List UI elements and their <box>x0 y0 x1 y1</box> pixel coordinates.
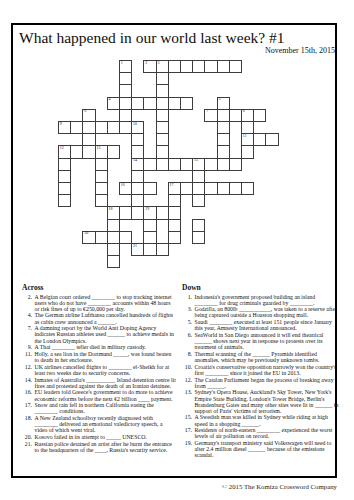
grid-cell[interactable] <box>131 194 144 207</box>
clue-text: Inmates of Australia's __________ Island… <box>35 377 177 389</box>
clue-item: 16.EU leaders told Greece's government t… <box>22 389 176 401</box>
clue-item: 1.Indonesia's government proposed buildi… <box>182 294 339 306</box>
across-clue-list: 2.A Belgian court ordered ________ to st… <box>22 294 176 453</box>
grid-cell[interactable] <box>107 121 120 134</box>
clue-item: 4.The German airline Lufthansa cancelled… <box>22 312 176 324</box>
grid-cell[interactable]: 5 <box>217 97 230 110</box>
grid-cell[interactable] <box>58 170 71 183</box>
grid-cell[interactable] <box>131 133 144 146</box>
cell-number: 8 <box>243 109 245 114</box>
grid-cell[interactable] <box>95 170 108 183</box>
grid-cell[interactable] <box>131 206 144 219</box>
grid-cell[interactable] <box>217 133 230 146</box>
grid-cell[interactable] <box>204 182 217 195</box>
down-clues-column: Down 1.Indonesia's government proposed b… <box>182 283 339 459</box>
cell-number: 1 <box>121 61 123 66</box>
cell-number: 4 <box>109 97 111 102</box>
clue-text: Snow and rain fell in northern Californi… <box>35 402 177 414</box>
clue-number: 18. <box>22 415 32 433</box>
grid-cell[interactable] <box>156 206 169 219</box>
clue-text: Germany's transport ministry said Volksw… <box>195 440 340 458</box>
clue-item: 13.Sydney's Opera House, Auckland's Sky … <box>182 389 339 414</box>
clue-text: Saudi ________ executed at least 151 peo… <box>195 319 340 331</box>
clue-item: 12.UK airlines cancelled flights to ____… <box>22 364 176 376</box>
clue-number: 8. <box>182 351 192 363</box>
down-clue-list: 1.Indonesia's government proposed buildi… <box>182 294 339 459</box>
clue-item: 5.Saudi ________ executed at least 151 p… <box>182 319 339 331</box>
clue-text: Holly, a sea lion in the Dortmund _____,… <box>35 351 177 363</box>
grid-cell[interactable] <box>253 133 266 146</box>
cell-number: 20 <box>84 231 88 236</box>
clue-number: 15. <box>182 414 192 426</box>
clue-item: 2.A Belgian court ordered ________ to st… <box>22 294 176 312</box>
grid-cell[interactable] <box>229 182 242 195</box>
grid-cell[interactable] <box>143 231 156 244</box>
clue-number: 7. <box>22 325 32 343</box>
clue-text: The Catalan Parliament began the process… <box>195 377 340 389</box>
grid-cell[interactable] <box>143 219 156 232</box>
grid-cell[interactable] <box>156 109 169 122</box>
clue-text: A Thai ________ teller died in military … <box>35 344 177 350</box>
grid-cell[interactable] <box>217 182 230 195</box>
clue-number: 2. <box>22 294 32 312</box>
grid-cell[interactable] <box>168 206 181 219</box>
grid-cell[interactable]: 20 <box>82 231 95 244</box>
grid-cell[interactable] <box>217 109 230 122</box>
grid-cell[interactable]: 6 <box>82 109 95 122</box>
grid-cell[interactable] <box>265 133 278 146</box>
cell-number: 12 <box>60 146 64 151</box>
grid-cell[interactable] <box>95 158 108 171</box>
clue-number: 13. <box>182 389 192 414</box>
clue-number: 21. <box>22 441 32 453</box>
cell-number: 16 <box>121 183 125 188</box>
grid-cell[interactable] <box>70 121 83 134</box>
clue-item: 8.Thermal scanning of the ______ Pyramid… <box>182 351 339 363</box>
grid-cell[interactable] <box>217 145 230 158</box>
clue-text: Croatia's conservative opposition narrow… <box>195 364 340 376</box>
grid-cell[interactable] <box>143 182 156 195</box>
clue-text: SeaWorld in San Diego announced it will … <box>195 332 340 350</box>
grid-cell[interactable]: 15 <box>192 158 205 171</box>
grid-cell[interactable]: 14 <box>131 158 144 171</box>
cell-number: 14 <box>133 158 137 163</box>
cell-number: 9 <box>60 122 62 127</box>
clue-item: 15.A Swedish man was killed in Sydney wh… <box>182 414 339 426</box>
clue-item: 19.Germany's transport ministry said Vol… <box>182 440 339 458</box>
clue-text: Residents of north-eastern ________ expe… <box>195 427 340 439</box>
grid-cell[interactable]: 19 <box>143 206 156 219</box>
clue-text: Sydney's Opera House, Auckland's Sky Tow… <box>195 389 340 414</box>
grid-cell[interactable] <box>156 145 169 158</box>
grid-cell[interactable] <box>204 158 217 171</box>
grid-cell[interactable] <box>156 84 169 97</box>
clue-number: 4. <box>22 312 32 324</box>
clue-number: 6. <box>182 332 192 350</box>
clue-item: 18.A New Zealand schoolboy recently diag… <box>22 415 176 433</box>
cell-number: 18 <box>109 207 113 212</box>
grid-cell[interactable] <box>168 97 181 110</box>
clue-text: Indonesia's government proposed building… <box>195 294 340 306</box>
grid-cell[interactable] <box>107 255 120 268</box>
grid-cell[interactable] <box>82 133 95 146</box>
footer-credit: © 2015 The Komiza Crossword Company <box>222 483 337 490</box>
clue-text: Godzilla, an 800lb ___________, was take… <box>195 306 340 318</box>
grid-cell[interactable] <box>192 194 205 207</box>
grid-cell[interactable] <box>107 231 120 244</box>
grid-cell[interactable] <box>156 97 169 110</box>
clue-text: A Belgian court ordered ________ to stop… <box>35 294 177 312</box>
grid-cell[interactable]: 21 <box>131 243 144 256</box>
grid-cell[interactable] <box>143 97 156 110</box>
clue-text: Kosovo failed in its attempt to _____ UN… <box>35 434 177 440</box>
clue-number: 11. <box>22 351 32 363</box>
grid-cell[interactable] <box>95 121 108 134</box>
grid-cell[interactable]: 18 <box>107 206 120 219</box>
grid-cell[interactable] <box>95 194 108 207</box>
grid-cell[interactable] <box>156 243 169 256</box>
grid-cell[interactable] <box>241 182 254 195</box>
clue-number: 12. <box>182 377 192 389</box>
cell-number: 7 <box>206 109 208 114</box>
grid-cell[interactable] <box>156 133 169 146</box>
grid-cell[interactable] <box>107 219 120 232</box>
cell-number: 21 <box>133 244 137 249</box>
clue-item: 7.A damning report by the World Anti Dop… <box>22 325 176 343</box>
cell-number: 15 <box>194 158 198 163</box>
clue-item: 21.Russian police detained an artist aft… <box>22 441 176 453</box>
cell-number: 3 <box>157 61 159 66</box>
clue-number: 10. <box>182 364 192 376</box>
grid-cell[interactable] <box>229 109 242 122</box>
clue-number: 9. <box>22 344 32 350</box>
grid-cell[interactable] <box>119 84 132 97</box>
grid-cell[interactable] <box>70 145 83 158</box>
grid-cell[interactable] <box>131 170 144 183</box>
grid-cell[interactable] <box>156 158 169 171</box>
clue-item: 12.The Catalan Parliament began the proc… <box>182 377 339 389</box>
grid-cell[interactable] <box>119 72 132 85</box>
cell-number: 2 <box>145 61 147 66</box>
clue-number: 3. <box>182 306 192 318</box>
clue-number: 14. <box>22 377 32 389</box>
grid-cell[interactable] <box>168 219 181 232</box>
clue-number: 1. <box>182 294 192 306</box>
grid-cell[interactable] <box>156 72 169 85</box>
clue-number: 12. <box>22 364 32 376</box>
clue-number: 20. <box>22 434 32 440</box>
grid-cell[interactable] <box>58 158 71 171</box>
grid-cell[interactable] <box>143 243 156 256</box>
grid-cell[interactable] <box>168 194 181 207</box>
grid-cell[interactable] <box>168 231 181 244</box>
grid-cell[interactable] <box>107 145 120 158</box>
cell-number: 13 <box>96 146 100 151</box>
clue-text: A Swedish man was killed in Sydney while… <box>195 414 340 426</box>
grid-cell[interactable] <box>229 60 242 73</box>
clue-number: 16. <box>22 389 32 401</box>
grid-cell[interactable] <box>192 170 205 183</box>
clue-text: Thermal scanning of the ______ Pyramids … <box>195 351 340 363</box>
grid-cell[interactable] <box>217 158 230 171</box>
clue-text: A New Zealand schoolboy recently diagnos… <box>35 415 177 433</box>
crossword-grid: 123456789101112131415161718192021 <box>0 0 354 290</box>
clue-item: 3.Godzilla, an 800lb ___________, was ta… <box>182 306 339 318</box>
grid-cell[interactable] <box>192 60 205 73</box>
across-header: Across <box>22 283 176 292</box>
across-clues-column: Across 2.A Belgian court ordered _______… <box>22 283 176 453</box>
clue-item: 6.SeaWorld in San Diego announced it wil… <box>182 332 339 350</box>
cell-number: 19 <box>145 207 149 212</box>
clue-text: EU leaders told Greece's government to d… <box>35 389 177 401</box>
grid-cell[interactable] <box>119 109 132 122</box>
cell-number: 17 <box>170 183 174 188</box>
clue-text: A damning report by the World Anti Dopin… <box>35 325 177 343</box>
clue-number: 17. <box>22 402 32 414</box>
cell-number: 11 <box>243 134 247 139</box>
grid-cell[interactable] <box>168 158 181 171</box>
grid-cell[interactable] <box>253 109 266 122</box>
grid-cell[interactable] <box>217 60 230 73</box>
grid-cell[interactable] <box>204 60 217 73</box>
clue-number: 17. <box>182 427 192 439</box>
grid-cell[interactable] <box>143 158 156 171</box>
grid-cell[interactable] <box>131 97 144 110</box>
grid-cell[interactable] <box>229 158 242 171</box>
grid-cell[interactable] <box>168 60 181 73</box>
grid-cell[interactable]: 2 <box>143 60 156 73</box>
clue-item: 17.Residents of north-eastern ________ e… <box>182 427 339 439</box>
clue-item: 10.Croatia's conservative opposition nar… <box>182 364 339 376</box>
grid-cell[interactable] <box>119 231 132 244</box>
clue-item: 17.Snow and rain fell in northern Califo… <box>22 402 176 414</box>
clue-item: 14.Inmates of Australia's __________ Isl… <box>22 377 176 389</box>
clue-number: 5. <box>182 319 192 331</box>
grid-cell[interactable] <box>192 231 205 244</box>
clue-text: Russian police detained an artist after … <box>35 441 177 453</box>
grid-cell[interactable] <box>192 219 205 232</box>
grid-cell[interactable] <box>241 145 254 158</box>
clue-item: 20.Kosovo failed in its attempt to _____… <box>22 434 176 440</box>
clue-text: The German airline Lufthansa cancelled h… <box>35 312 177 324</box>
grid-cell[interactable] <box>95 231 108 244</box>
cell-number: 10 <box>133 122 137 127</box>
down-header: Down <box>182 283 339 292</box>
clue-number: 19. <box>182 440 192 458</box>
clue-item: 11.Holly, a sea lion in the Dortmund ___… <box>22 351 176 363</box>
cell-number: 5 <box>218 97 220 102</box>
grid-cell[interactable]: 13 <box>95 145 108 158</box>
cell-number: 6 <box>84 109 86 114</box>
grid-cell[interactable]: 4 <box>107 97 120 110</box>
grid-cell[interactable] <box>58 194 71 207</box>
grid-cell[interactable] <box>82 145 95 158</box>
grid-cell[interactable]: 7 <box>204 109 217 122</box>
clue-text: UK airlines cancelled flights to _______… <box>35 364 177 376</box>
clue-item: 9.A Thai ________ teller died in militar… <box>22 344 176 350</box>
grid-cell[interactable] <box>180 97 193 110</box>
